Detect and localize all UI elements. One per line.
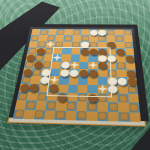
circle-mark [107, 30, 114, 35]
circle-mark [108, 103, 117, 111]
circle-mark [37, 93, 47, 101]
board-cell[interactable]: ● [87, 93, 97, 102]
brown-disc-piece[interactable]: ● [127, 76, 138, 87]
board-cell[interactable]: ● [125, 55, 135, 62]
circle-mark [98, 36, 105, 41]
board-cell[interactable] [97, 93, 107, 102]
brown-disc-piece[interactable]: ● [57, 91, 68, 102]
white-disc-piece[interactable]: ● [107, 54, 116, 63]
circle-mark [124, 30, 132, 35]
board-cell[interactable]: ● [127, 77, 138, 85]
brown-disc-piece[interactable]: ● [88, 68, 98, 78]
circle-mark [57, 30, 65, 35]
circle-mark [98, 94, 107, 102]
board-cell[interactable] [118, 103, 129, 113]
circle-mark [78, 94, 87, 102]
circle-mark [98, 112, 107, 121]
circle-mark [73, 30, 81, 35]
board-cell[interactable] [68, 84, 78, 93]
board-cell[interactable] [108, 94, 119, 103]
board-cell[interactable]: ● [57, 93, 68, 102]
white-disc-piece[interactable]: ● [107, 84, 117, 95]
board-cell[interactable] [108, 112, 119, 122]
board-cell[interactable] [65, 111, 76, 121]
brown-disc-piece[interactable]: ● [87, 92, 97, 104]
circle-mark [116, 36, 124, 41]
board-cell[interactable]: ● [22, 68, 33, 76]
white-disc-piece[interactable]: ● [98, 28, 107, 36]
board-cell[interactable]: ● [36, 48, 46, 55]
brown-disc-piece[interactable]: ● [36, 46, 46, 55]
circle-mark [45, 48, 53, 54]
board-cell[interactable] [129, 112, 141, 122]
board-cell[interactable] [67, 93, 78, 102]
circle-mark [125, 42, 133, 48]
board-cell[interactable] [87, 111, 98, 121]
board-cell[interactable]: ● [28, 84, 39, 92]
circle-mark [55, 42, 63, 48]
circle-mark [77, 111, 86, 119]
circle-mark [64, 36, 72, 41]
board-cell[interactable]: ● [107, 55, 116, 62]
board-cell[interactable] [118, 94, 129, 103]
photo-scene: ●●●●●●●●●●●●●●●●●●●●●●●●●●●●●●●●● [0, 0, 150, 150]
board-cell[interactable] [98, 85, 108, 94]
board-cell[interactable] [97, 111, 108, 121]
board-cell[interactable] [108, 102, 119, 111]
circle-mark [72, 42, 80, 48]
board-cell[interactable] [119, 112, 130, 122]
brown-disc-piece[interactable]: ● [98, 61, 107, 71]
circle-mark [128, 86, 137, 93]
circle-mark [55, 111, 65, 119]
circle-mark [117, 63, 125, 69]
board-cell[interactable] [97, 102, 108, 111]
brown-disc-piece[interactable]: ● [125, 54, 135, 63]
circle-mark [88, 103, 97, 111]
board-cell[interactable]: ● [88, 69, 98, 77]
board-cell[interactable]: ● [98, 62, 107, 69]
board-cell[interactable]: ● [107, 85, 117, 94]
board-cell[interactable] [66, 101, 77, 110]
board-perspective-wrap: ●●●●●●●●●●●●●●●●●●●●●●●●●●●●●●●●● [0, 0, 150, 149]
board-cell[interactable] [76, 111, 87, 121]
circle-mark [46, 102, 56, 110]
circle-mark [47, 36, 55, 41]
circle-mark [129, 103, 139, 111]
circle-mark [67, 102, 76, 110]
board-cell[interactable] [128, 94, 139, 103]
board-grid: ●●●●●●●●●●●●●●●●●●●●●●●●●●●●●●●●● [13, 29, 141, 122]
board-cell[interactable] [76, 102, 87, 111]
circle-mark [34, 110, 44, 118]
brown-disc-piece[interactable]: ● [22, 67, 33, 77]
board-cell[interactable] [129, 103, 140, 113]
circle-mark [119, 112, 129, 121]
game-board: ●●●●●●●●●●●●●●●●●●●●●●●●●●●●●●●●● [7, 27, 146, 127]
board-cell[interactable] [98, 69, 108, 77]
circle-mark [118, 94, 127, 102]
brown-disc-piece[interactable]: ● [28, 82, 40, 93]
board-cell[interactable]: ● [98, 29, 106, 35]
